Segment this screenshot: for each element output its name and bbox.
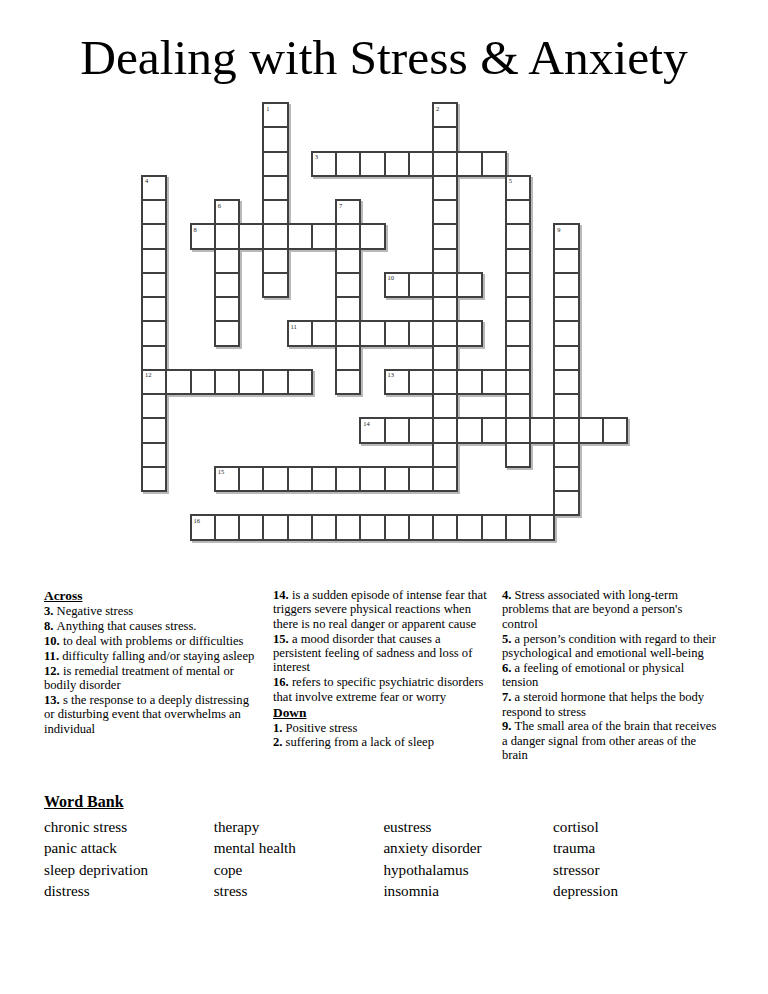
clue-number-label: 5. [502, 632, 515, 646]
grid-cell-r13-c13[interactable] [456, 417, 482, 443]
grid-cell-r12-c17[interactable] [553, 393, 579, 419]
grid-cell-r7-c11[interactable] [408, 272, 434, 298]
grid-cell-r11-c10[interactable]: 13 [384, 369, 410, 395]
word-bank-item: distress [44, 880, 214, 901]
word-bank-item: mental health [214, 837, 384, 858]
grid-cell-r2-c8[interactable] [335, 151, 361, 177]
grid-cell-r1-c5[interactable] [262, 126, 288, 152]
word-bank-section: Word Bank chronic stresspanic attackslee… [44, 792, 723, 901]
grid-cell-r5-c0[interactable] [141, 223, 167, 249]
clue-number-label: 7. [502, 690, 515, 704]
clue-number-16: 16 [194, 517, 201, 524]
grid-cell-r5-c17[interactable]: 9 [553, 223, 579, 249]
grid-cell-r12-c15[interactable] [505, 393, 531, 419]
grid-cell-r10-c8[interactable] [335, 345, 361, 371]
grid-cell-r5-c8[interactable] [335, 223, 361, 249]
grid-cell-r10-c0[interactable] [141, 345, 167, 371]
clues-heading-down: Down [273, 705, 490, 720]
grid-cell-r11-c2[interactable] [190, 369, 216, 395]
grid-cell-r6-c17[interactable] [553, 248, 579, 274]
word-bank-item: therapy [214, 816, 384, 837]
word-bank-item: depression [553, 880, 723, 901]
grid-cell-r13-c16[interactable] [529, 417, 555, 443]
clue-number-2: 2 [436, 105, 439, 112]
grid-cell-r9-c6[interactable]: 11 [287, 320, 313, 346]
grid-cell-r11-c14[interactable] [481, 369, 507, 395]
grid-cell-r4-c5[interactable] [262, 199, 288, 225]
clue-column-2: 14. is a sudden episode of intense fear … [273, 588, 490, 763]
grid-cell-r12-c12[interactable] [432, 393, 458, 419]
clue-column-1: Across3. Negative stress8. Anything that… [44, 588, 261, 763]
grid-cell-r13-c10[interactable] [384, 417, 410, 443]
clue-number-label: 13. [44, 693, 63, 707]
clue-number-label: 3. [44, 604, 57, 618]
clue-across-13: 13. s the response to a deeply distressi… [44, 693, 261, 736]
word-bank-item: anxiety disorder [383, 837, 553, 858]
grid-cell-r17-c10[interactable] [384, 514, 410, 540]
grid-cell-r2-c5[interactable] [262, 151, 288, 177]
page-title: Dealing with Stress & Anxiety [0, 33, 768, 83]
clue-number-label: 2. [273, 735, 286, 749]
grid-cell-r11-c0[interactable]: 12 [141, 369, 167, 395]
grid-cell-r2-c10[interactable] [384, 151, 410, 177]
grid-cell-r9-c9[interactable] [359, 320, 385, 346]
clue-number-15: 15 [218, 468, 225, 475]
grid-cell-r13-c14[interactable] [481, 417, 507, 443]
grid-cell-r8-c17[interactable] [553, 296, 579, 322]
grid-cell-r8-c3[interactable] [214, 296, 240, 322]
clue-number-11: 11 [291, 323, 297, 330]
clue-down-4: 4. Stress associated with long-term prob… [502, 588, 719, 631]
grid-cell-r8-c12[interactable] [432, 296, 458, 322]
grid-cell-r15-c10[interactable] [384, 466, 410, 492]
grid-cell-r5-c9[interactable] [359, 223, 385, 249]
clue-number-label: 14. [273, 588, 292, 602]
clue-number-label: 12. [44, 664, 63, 678]
grid-cell-r17-c11[interactable] [408, 514, 434, 540]
clue-number-label: 10. [44, 634, 63, 648]
clue-across-12: 12. is remedial treatment of mental or b… [44, 664, 261, 693]
grid-cell-r3-c12[interactable] [432, 175, 458, 201]
grid-cell-r15-c9[interactable] [359, 466, 385, 492]
clue-number-label: 11. [44, 649, 62, 663]
grid-cell-r7-c17[interactable] [553, 272, 579, 298]
grid-cell-r9-c8[interactable] [335, 320, 361, 346]
grid-cell-r6-c8[interactable] [335, 248, 361, 274]
grid-cell-r17-c8[interactable] [335, 514, 361, 540]
word-bank-item: panic attack [44, 837, 214, 858]
grid-cell-r10-c12[interactable] [432, 345, 458, 371]
grid-cell-r15-c12[interactable] [432, 466, 458, 492]
clue-across-10: 10. to deal with problems or difficultie… [44, 634, 261, 648]
grid-cell-r9-c11[interactable] [408, 320, 434, 346]
word-bank-item: eustress [383, 816, 553, 837]
grid-cell-r15-c0[interactable] [141, 466, 167, 492]
grid-cell-r6-c5[interactable] [262, 248, 288, 274]
grid-cell-r9-c17[interactable] [553, 320, 579, 346]
clue-number-label: 6. [502, 661, 515, 675]
word-bank-heading: Word Bank [44, 792, 723, 811]
clue-number-label: 8. [44, 619, 57, 633]
grid-cell-r15-c5[interactable] [262, 466, 288, 492]
clue-number-3: 3 [315, 153, 318, 160]
clue-across-8: 8. Anything that causes stress. [44, 619, 261, 633]
grid-cell-r4-c8[interactable]: 7 [335, 199, 361, 225]
grid-cell-r13-c17[interactable] [553, 417, 579, 443]
grid-cell-r17-c13[interactable] [456, 514, 482, 540]
clue-number-label: 1. [273, 721, 286, 735]
word-bank-item: cortisol [553, 816, 723, 837]
word-bank-item: chronic stress [44, 816, 214, 837]
word-bank-list: chronic stresspanic attacksleep deprivat… [44, 816, 723, 901]
clue-number-12: 12 [145, 371, 152, 378]
clue-column-3: 4. Stress associated with long-term prob… [502, 588, 719, 763]
grid-cell-r3-c0[interactable]: 4 [141, 175, 167, 201]
clue-down-1: 1. Positive stress [273, 721, 490, 735]
grid-cell-r9-c7[interactable] [311, 320, 337, 346]
grid-cell-r15-c7[interactable] [311, 466, 337, 492]
word-bank-item: sleep deprivation [44, 859, 214, 880]
grid-cell-r15-c4[interactable] [238, 466, 264, 492]
grid-cell-r2-c11[interactable] [408, 151, 434, 177]
grid-cell-r11-c15[interactable] [505, 369, 531, 395]
word-bank-item: trauma [553, 837, 723, 858]
grid-cell-r17-c4[interactable] [238, 514, 264, 540]
grid-cell-r17-c6[interactable] [287, 514, 313, 540]
grid-cell-r4-c15[interactable] [505, 199, 531, 225]
grid-cell-r10-c17[interactable] [553, 345, 579, 371]
grid-cell-r5-c5[interactable] [262, 223, 288, 249]
grid-cell-r2-c12[interactable] [432, 151, 458, 177]
grid-cell-r16-c17[interactable] [553, 490, 579, 516]
word-bank-item: hypothalamus [383, 859, 553, 880]
grid-cell-r7-c12[interactable] [432, 272, 458, 298]
clue-number-7: 7 [339, 202, 342, 209]
grid-cell-r17-c3[interactable] [214, 514, 240, 540]
grid-cell-r11-c1[interactable] [165, 369, 191, 395]
grid-cell-r6-c0[interactable] [141, 248, 167, 274]
grid-cell-r2-c7[interactable]: 3 [311, 151, 337, 177]
grid-cell-r5-c15[interactable] [505, 223, 531, 249]
grid-cell-r5-c6[interactable] [287, 223, 313, 249]
grid-cell-r6-c15[interactable] [505, 248, 531, 274]
word-bank-item: cope [214, 859, 384, 880]
grid-cell-r17-c15[interactable] [505, 514, 531, 540]
grid-cell-r5-c4[interactable] [238, 223, 264, 249]
grid-cell-r9-c12[interactable] [432, 320, 458, 346]
clue-number-13: 13 [388, 371, 395, 378]
grid-cell-r17-c7[interactable] [311, 514, 337, 540]
clue-down-7: 7. a steroid hormone that helps the body… [502, 690, 719, 719]
grid-cell-r11-c3[interactable] [214, 369, 240, 395]
grid-cell-r17-c9[interactable] [359, 514, 385, 540]
grid-cell-r6-c12[interactable] [432, 248, 458, 274]
grid-cell-r11-c17[interactable] [553, 369, 579, 395]
grid-cell-r14-c15[interactable] [505, 442, 531, 468]
grid-cell-r5-c3[interactable] [214, 223, 240, 249]
grid-cell-r15-c8[interactable] [335, 466, 361, 492]
grid-cell-r11-c4[interactable] [238, 369, 264, 395]
grid-cell-r2-c9[interactable] [359, 151, 385, 177]
grid-cell-r15-c3[interactable]: 15 [214, 466, 240, 492]
grid-cell-r9-c13[interactable] [456, 320, 482, 346]
clue-number-4: 4 [145, 177, 148, 184]
clues-section: Across3. Negative stress8. Anything that… [44, 588, 719, 763]
clue-number-14: 14 [363, 420, 370, 427]
grid-cell-r17-c12[interactable] [432, 514, 458, 540]
clue-across-14: 14. is a sudden episode of intense fear … [273, 588, 490, 631]
clue-number-label: 16. [273, 675, 292, 689]
clue-number-5: 5 [509, 177, 512, 184]
clue-down-6: 6. a feeling of emotional or physical te… [502, 661, 719, 690]
grid-cell-r17-c2[interactable]: 16 [190, 514, 216, 540]
word-bank-item: insomnia [383, 880, 553, 901]
clue-down-5: 5. a person’s condition with regard to t… [502, 632, 719, 661]
grid-cell-r15-c11[interactable] [408, 466, 434, 492]
grid-cell-r14-c0[interactable] [141, 442, 167, 468]
grid-cell-r11-c12[interactable] [432, 369, 458, 395]
clue-across-16: 16. refers to specific psychiatric disor… [273, 675, 490, 704]
grid-cell-r11-c11[interactable] [408, 369, 434, 395]
grid-cell-r7-c3[interactable] [214, 272, 240, 298]
grid-cell-r5-c2[interactable]: 8 [190, 223, 216, 249]
grid-cell-r12-c0[interactable] [141, 393, 167, 419]
word-bank-item: stress [214, 880, 384, 901]
grid-cell-r3-c5[interactable] [262, 175, 288, 201]
grid-cell-r13-c11[interactable] [408, 417, 434, 443]
grid-cell-r7-c15[interactable] [505, 272, 531, 298]
clue-across-11: 11. difficulty falling and/or staying as… [44, 649, 261, 663]
grid-cell-r13-c0[interactable] [141, 417, 167, 443]
grid-cell-r2-c13[interactable] [456, 151, 482, 177]
grid-cell-r7-c8[interactable] [335, 272, 361, 298]
grid-cell-r7-c0[interactable] [141, 272, 167, 298]
grid-cell-r13-c9[interactable]: 14 [359, 417, 385, 443]
grid-cell-r13-c12[interactable] [432, 417, 458, 443]
grid-cell-r7-c5[interactable] [262, 272, 288, 298]
clue-down-9: 9. The small area of the brain that rece… [502, 719, 719, 762]
grid-cell-r17-c5[interactable] [262, 514, 288, 540]
grid-cell-r13-c15[interactable] [505, 417, 531, 443]
clue-number-8: 8 [194, 226, 197, 233]
grid-cell-r11-c6[interactable] [287, 369, 313, 395]
grid-cell-r9-c0[interactable] [141, 320, 167, 346]
grid-cell-r15-c17[interactable] [553, 466, 579, 492]
grid-cell-r14-c17[interactable] [553, 442, 579, 468]
clue-number-label: 15. [273, 632, 292, 646]
grid-cell-r9-c10[interactable] [384, 320, 410, 346]
grid-cell-r5-c12[interactable] [432, 223, 458, 249]
crossword-grid: 12345678910111213141516 [141, 102, 631, 544]
grid-cell-r13-c19[interactable] [602, 417, 628, 443]
grid-cell-r2-c14[interactable] [481, 151, 507, 177]
grid-cell-r17-c16[interactable] [529, 514, 555, 540]
word-bank-item: stressor [553, 859, 723, 880]
grid-cell-r1-c12[interactable] [432, 126, 458, 152]
grid-cell-r17-c14[interactable] [481, 514, 507, 540]
grid-cell-r6-c3[interactable] [214, 248, 240, 274]
clue-number-9: 9 [557, 226, 560, 233]
grid-cell-r4-c12[interactable] [432, 199, 458, 225]
clue-down-2: 2. suffering from a lack of sleep [273, 735, 490, 749]
grid-cell-r8-c8[interactable] [335, 296, 361, 322]
clue-number-6: 6 [218, 202, 221, 209]
grid-cell-r11-c8[interactable] [335, 369, 361, 395]
clue-number-10: 10 [388, 274, 395, 281]
grid-cell-r8-c15[interactable] [505, 296, 531, 322]
crossword-worksheet-page: Dealing with Stress & Anxiety 1234567891… [0, 0, 768, 994]
grid-cell-r9-c3[interactable] [214, 320, 240, 346]
clues-heading-across: Across [44, 588, 261, 603]
clue-number-1: 1 [266, 105, 269, 112]
clue-number-label: 4. [502, 588, 515, 602]
grid-cell-r8-c0[interactable] [141, 296, 167, 322]
grid-cell-r13-c18[interactable] [578, 417, 604, 443]
grid-cell-r11-c5[interactable] [262, 369, 288, 395]
grid-cell-r3-c15[interactable]: 5 [505, 175, 531, 201]
grid-cell-r14-c12[interactable] [432, 442, 458, 468]
grid-cell-r9-c15[interactable] [505, 320, 531, 346]
clue-across-15: 15. a mood disorder that causes a persis… [273, 632, 490, 675]
grid-cell-r7-c10[interactable]: 10 [384, 272, 410, 298]
grid-cell-r5-c7[interactable] [311, 223, 337, 249]
grid-cell-r15-c6[interactable] [287, 466, 313, 492]
clue-number-label: 9. [502, 719, 515, 733]
grid-cell-r7-c13[interactable] [456, 272, 482, 298]
grid-cell-r0-c5[interactable]: 1 [262, 102, 288, 128]
grid-cell-r4-c3[interactable]: 6 [214, 199, 240, 225]
clue-across-3: 3. Negative stress [44, 604, 261, 618]
grid-cell-r11-c13[interactable] [456, 369, 482, 395]
grid-cell-r4-c0[interactable] [141, 199, 167, 225]
grid-cell-r0-c12[interactable]: 2 [432, 102, 458, 128]
grid-cell-r10-c15[interactable] [505, 345, 531, 371]
